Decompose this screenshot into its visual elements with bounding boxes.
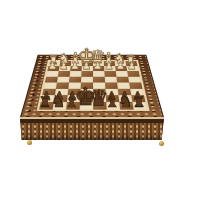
square-c7 [106,95,120,102]
chess-set-photo: ♜♞♝♚♛♝♞♜♟♟♟♟♟♟♟♟♟♟♟♟♟♟♟♟♜♞♝♚♛♝♞♜ [0,0,203,203]
brass-foot-left [27,140,32,145]
board-inlay-border [35,60,151,112]
square-f7 [67,95,80,102]
square-d8 [93,102,107,109]
square-a7 [131,95,145,102]
square-a8 [132,102,147,109]
square-h8 [39,102,54,109]
board-grid [39,61,147,110]
square-b8 [119,102,133,109]
square-h7 [41,95,55,102]
brass-foot-right [159,141,164,146]
square-e7 [80,95,93,102]
square-f8 [66,102,80,109]
square-g7 [54,95,68,102]
square-b7 [119,95,133,102]
square-e8 [80,102,94,109]
chess-board [20,55,164,118]
square-d7 [93,95,106,102]
box-front-panel [20,117,164,140]
square-g8 [53,102,67,109]
square-c8 [106,102,120,109]
